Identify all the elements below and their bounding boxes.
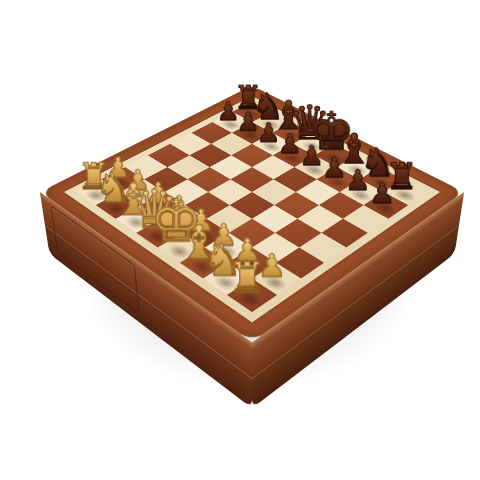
product-photo-stage: ♜♞♝♛♚♝♞♜♟♟♟♟♟♟♟♟♟♟♟♟♟♟♟♟♜♞♝♛♚♝♞♜ [0, 0, 480, 480]
white-rook-h1[interactable]: ♜ [213, 257, 282, 298]
square-d5[interactable] [230, 167, 273, 192]
square-h4[interactable] [299, 233, 346, 263]
black-pawn-h7[interactable]: ♟ [351, 179, 412, 208]
